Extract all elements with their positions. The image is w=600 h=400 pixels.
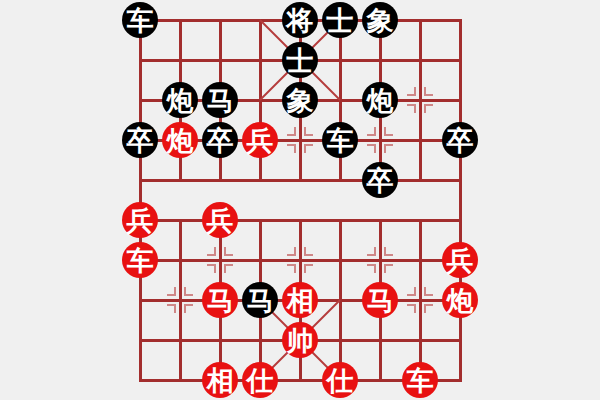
board-point: 马 (360, 280, 400, 320)
board-point: 马 (200, 280, 240, 320)
board-point: 炮 (360, 80, 400, 120)
piece-glyph: 马 (367, 287, 394, 314)
piece-glyph: 士 (327, 7, 354, 34)
board-point: 兵 (240, 120, 280, 160)
board-point: 车 (120, 0, 160, 40)
piece-red-elephant[interactable]: 相 (202, 362, 238, 398)
piece-black-general[interactable]: 将 (282, 2, 318, 38)
piece-black-soldier[interactable]: 卒 (202, 122, 238, 158)
xiangqi-board: 车将士象士炮马象炮卒卒车卒卒马炮兵兵兵车兵马相马炮帅相仕仕车 (120, 0, 480, 400)
piece-red-horse[interactable]: 马 (202, 282, 238, 318)
piece-black-advisor[interactable]: 士 (322, 2, 358, 38)
piece-red-cannon[interactable]: 炮 (162, 122, 198, 158)
piece-glyph: 炮 (167, 87, 194, 114)
piece-glyph: 帅 (287, 327, 314, 354)
piece-glyph: 兵 (127, 207, 154, 234)
piece-glyph: 卒 (127, 127, 154, 154)
piece-black-soldier[interactable]: 卒 (122, 122, 158, 158)
piece-glyph: 炮 (167, 127, 194, 154)
board-point: 相 (200, 360, 240, 400)
piece-glyph: 车 (327, 127, 354, 154)
piece-black-cannon[interactable]: 炮 (162, 82, 198, 118)
piece-glyph: 仕 (327, 367, 354, 394)
board-point: 帅 (280, 320, 320, 360)
piece-black-cannon[interactable]: 炮 (362, 82, 398, 118)
board-point: 卒 (200, 120, 240, 160)
piece-black-elephant[interactable]: 象 (282, 82, 318, 118)
piece-black-advisor[interactable]: 士 (282, 42, 318, 78)
piece-glyph: 相 (287, 287, 314, 314)
piece-glyph: 相 (207, 367, 234, 394)
piece-black-chariot[interactable]: 车 (122, 2, 158, 38)
piece-glyph: 卒 (207, 127, 234, 154)
piece-black-soldier[interactable]: 卒 (362, 162, 398, 198)
piece-glyph: 仕 (247, 367, 274, 394)
board-point: 象 (360, 0, 400, 40)
piece-black-horse[interactable]: 马 (202, 82, 238, 118)
board-point: 仕 (320, 360, 360, 400)
piece-red-horse[interactable]: 马 (362, 282, 398, 318)
board-point: 卒 (440, 120, 480, 160)
board-point: 相 (280, 280, 320, 320)
piece-glyph: 马 (207, 287, 234, 314)
piece-red-soldier[interactable]: 兵 (442, 242, 478, 278)
piece-glyph: 兵 (247, 127, 274, 154)
board-point: 马 (240, 280, 280, 320)
piece-black-soldier[interactable]: 卒 (442, 122, 478, 158)
piece-glyph: 马 (207, 87, 234, 114)
piece-red-chariot[interactable]: 车 (122, 242, 158, 278)
piece-glyph: 炮 (367, 87, 394, 114)
piece-red-soldier[interactable]: 兵 (202, 202, 238, 238)
piece-red-general[interactable]: 帅 (282, 322, 318, 358)
piece-red-soldier[interactable]: 兵 (242, 122, 278, 158)
piece-red-cannon[interactable]: 炮 (442, 282, 478, 318)
piece-glyph: 车 (127, 247, 154, 274)
board-point: 兵 (120, 200, 160, 240)
piece-glyph: 卒 (447, 127, 474, 154)
piece-glyph: 车 (407, 367, 434, 394)
piece-glyph: 兵 (447, 247, 474, 274)
board-point: 炮 (160, 120, 200, 160)
piece-red-elephant[interactable]: 相 (282, 282, 318, 318)
piece-glyph: 兵 (207, 207, 234, 234)
board-point: 炮 (440, 280, 480, 320)
board-point: 卒 (120, 120, 160, 160)
piece-black-chariot[interactable]: 车 (322, 122, 358, 158)
board-point: 卒 (360, 160, 400, 200)
board-point: 仕 (240, 360, 280, 400)
board-point: 兵 (440, 240, 480, 280)
piece-red-advisor[interactable]: 仕 (322, 362, 358, 398)
piece-glyph: 车 (127, 7, 154, 34)
board-point: 马 (200, 80, 240, 120)
piece-glyph: 象 (287, 87, 314, 114)
board-point: 车 (400, 360, 440, 400)
board-point: 炮 (160, 80, 200, 120)
board-area: 车将士象士炮马象炮卒卒车卒卒马炮兵兵兵车兵马相马炮帅相仕仕车 (0, 0, 600, 400)
piece-red-soldier[interactable]: 兵 (122, 202, 158, 238)
piece-glyph: 象 (367, 7, 394, 34)
piece-glyph: 士 (287, 47, 314, 74)
piece-red-chariot[interactable]: 车 (402, 362, 438, 398)
board-point: 士 (320, 0, 360, 40)
board-point: 车 (120, 240, 160, 280)
piece-glyph: 马 (247, 287, 274, 314)
piece-glyph: 炮 (447, 287, 474, 314)
piece-black-elephant[interactable]: 象 (362, 2, 398, 38)
board-point: 将 (280, 0, 320, 40)
piece-glyph: 将 (287, 7, 314, 34)
board-point: 士 (280, 40, 320, 80)
piece-glyph: 卒 (367, 167, 394, 194)
board-point: 车 (320, 120, 360, 160)
board-point: 兵 (200, 200, 240, 240)
piece-black-horse[interactable]: 马 (242, 282, 278, 318)
board-point: 象 (280, 80, 320, 120)
piece-red-advisor[interactable]: 仕 (242, 362, 278, 398)
